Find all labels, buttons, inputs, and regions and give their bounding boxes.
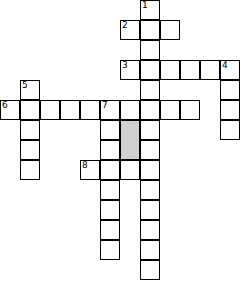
- cell-r6c7[interactable]: [140, 120, 160, 140]
- cell-r1c8[interactable]: [160, 20, 180, 40]
- clue-number-5: 5: [22, 81, 28, 90]
- cell-r0c7[interactable]: 1: [140, 0, 160, 20]
- cell-r8c4[interactable]: 8: [80, 160, 100, 180]
- cell-r7c6-shaded[interactable]: [120, 140, 140, 160]
- cell-r5c4[interactable]: [80, 100, 100, 120]
- cell-r3c8[interactable]: [160, 60, 180, 80]
- clue-number-3: 3: [122, 61, 128, 70]
- cell-r5c5[interactable]: 7: [100, 100, 120, 120]
- crossword-board: 12345678: [0, 0, 240, 280]
- cell-r12c7[interactable]: [140, 240, 160, 260]
- cell-r5c0[interactable]: 6: [0, 100, 20, 120]
- cell-r9c5[interactable]: [100, 180, 120, 200]
- cell-r8c7[interactable]: [140, 160, 160, 180]
- cell-r4c7[interactable]: [140, 80, 160, 100]
- cell-r5c6[interactable]: [120, 100, 140, 120]
- cell-r2c7[interactable]: [140, 40, 160, 60]
- cell-r8c6[interactable]: [120, 160, 140, 180]
- clue-number-2: 2: [122, 21, 128, 30]
- cell-r3c7[interactable]: [140, 60, 160, 80]
- cell-r10c7[interactable]: [140, 200, 160, 220]
- cell-r6c11[interactable]: [220, 120, 240, 140]
- cell-r5c8[interactable]: [160, 100, 180, 120]
- cell-r5c2[interactable]: [40, 100, 60, 120]
- cell-r8c1[interactable]: [20, 160, 40, 180]
- cell-r10c5[interactable]: [100, 200, 120, 220]
- clue-number-8: 8: [82, 161, 88, 170]
- cell-r3c11[interactable]: 4: [220, 60, 240, 80]
- cell-r4c1[interactable]: 5: [20, 80, 40, 100]
- crossword-page: 12345678: [0, 0, 241, 281]
- cell-r3c6[interactable]: 3: [120, 60, 140, 80]
- cell-r7c1[interactable]: [20, 140, 40, 160]
- cell-r12c5[interactable]: [100, 240, 120, 260]
- cell-r5c1[interactable]: [20, 100, 40, 120]
- cell-r8c5[interactable]: [100, 160, 120, 180]
- cell-r7c7[interactable]: [140, 140, 160, 160]
- cell-r6c6-shaded[interactable]: [120, 120, 140, 140]
- cell-r5c7[interactable]: [140, 100, 160, 120]
- cell-r3c9[interactable]: [180, 60, 200, 80]
- cell-r5c11[interactable]: [220, 100, 240, 120]
- cell-r6c5[interactable]: [100, 120, 120, 140]
- cell-r4c11[interactable]: [220, 80, 240, 100]
- cell-r5c9[interactable]: [180, 100, 200, 120]
- clue-number-6: 6: [2, 101, 8, 110]
- cell-r1c6[interactable]: 2: [120, 20, 140, 40]
- cell-r9c7[interactable]: [140, 180, 160, 200]
- cell-r3c10[interactable]: [200, 60, 220, 80]
- clue-number-7: 7: [102, 101, 108, 110]
- cell-r13c7[interactable]: [140, 260, 160, 280]
- cell-r7c5[interactable]: [100, 140, 120, 160]
- cell-r6c1[interactable]: [20, 120, 40, 140]
- cell-r11c7[interactable]: [140, 220, 160, 240]
- clue-number-1: 1: [142, 1, 148, 10]
- cell-r1c7[interactable]: [140, 20, 160, 40]
- cell-r11c5[interactable]: [100, 220, 120, 240]
- cell-r5c3[interactable]: [60, 100, 80, 120]
- clue-number-4: 4: [222, 61, 228, 70]
